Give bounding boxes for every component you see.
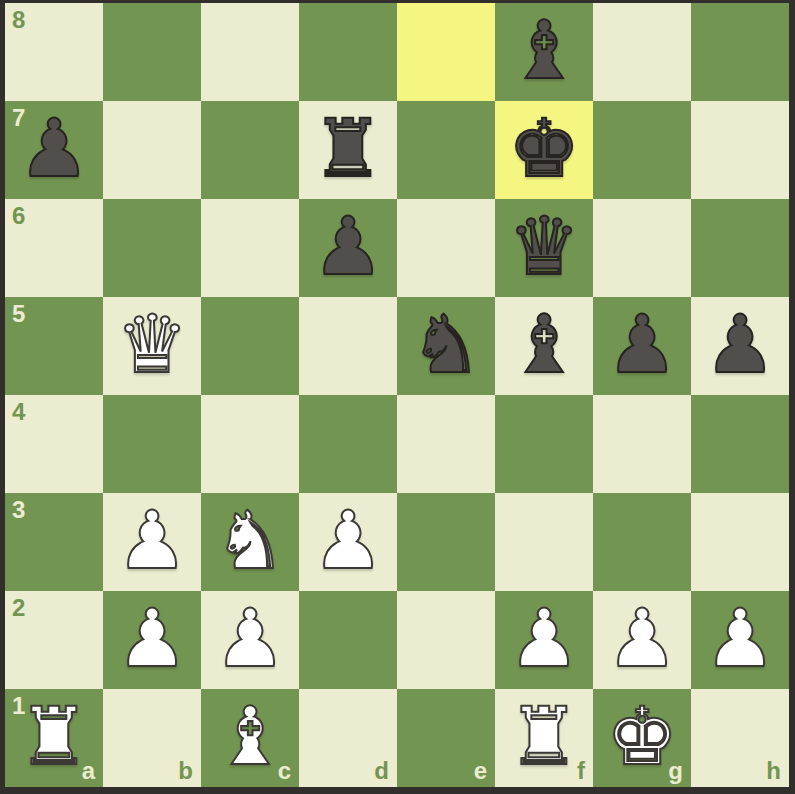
square-f6[interactable]: ♛: [495, 199, 593, 297]
square-e7[interactable]: [397, 101, 495, 199]
file-label-b: b: [178, 759, 193, 783]
piece-white-pawn-d3[interactable]: ♟: [299, 493, 397, 591]
square-a8[interactable]: 8: [5, 3, 103, 101]
square-d2[interactable]: [299, 591, 397, 689]
piece-white-pawn-g2[interactable]: ♟: [593, 591, 691, 689]
square-c2[interactable]: ♟: [201, 591, 299, 689]
square-c5[interactable]: [201, 297, 299, 395]
square-f1[interactable]: f♜: [495, 689, 593, 787]
square-d5[interactable]: [299, 297, 397, 395]
rank-label-4: 4: [12, 400, 25, 424]
piece-black-pawn-a7[interactable]: ♟: [5, 101, 103, 199]
square-g8[interactable]: [593, 3, 691, 101]
square-c6[interactable]: [201, 199, 299, 297]
piece-black-queen-f6[interactable]: ♛: [495, 199, 593, 297]
square-a3[interactable]: 3: [5, 493, 103, 591]
piece-black-bishop-f8[interactable]: ♝: [495, 3, 593, 101]
square-c8[interactable]: [201, 3, 299, 101]
square-d7[interactable]: ♜: [299, 101, 397, 199]
piece-black-pawn-d6[interactable]: ♟: [299, 199, 397, 297]
piece-black-bishop-f5[interactable]: ♝: [495, 297, 593, 395]
square-a1[interactable]: 1a♜: [5, 689, 103, 787]
square-b4[interactable]: [103, 395, 201, 493]
square-g2[interactable]: ♟: [593, 591, 691, 689]
piece-white-pawn-h2[interactable]: ♟: [691, 591, 789, 689]
piece-white-king-g1[interactable]: ♚: [593, 689, 691, 787]
chess-board: 8♝7♟♜♚6♟♛5♛♞♝♟♟43♟♞♟2♟♟♟♟♟1a♜bc♝def♜g♚h: [5, 3, 789, 787]
square-g4[interactable]: [593, 395, 691, 493]
square-e3[interactable]: [397, 493, 495, 591]
square-d8[interactable]: [299, 3, 397, 101]
square-a7[interactable]: 7♟: [5, 101, 103, 199]
square-f4[interactable]: [495, 395, 593, 493]
rank-label-2: 2: [12, 596, 25, 620]
square-e5[interactable]: ♞: [397, 297, 495, 395]
square-g5[interactable]: ♟: [593, 297, 691, 395]
rank-label-6: 6: [12, 204, 25, 228]
square-h4[interactable]: [691, 395, 789, 493]
piece-white-knight-c3[interactable]: ♞: [201, 493, 299, 591]
square-d1[interactable]: d: [299, 689, 397, 787]
square-e4[interactable]: [397, 395, 495, 493]
square-c4[interactable]: [201, 395, 299, 493]
square-b5[interactable]: ♛: [103, 297, 201, 395]
square-h1[interactable]: h: [691, 689, 789, 787]
square-c1[interactable]: c♝: [201, 689, 299, 787]
piece-white-pawn-f2[interactable]: ♟: [495, 591, 593, 689]
square-d6[interactable]: ♟: [299, 199, 397, 297]
square-h7[interactable]: [691, 101, 789, 199]
square-b1[interactable]: b: [103, 689, 201, 787]
piece-white-rook-a1[interactable]: ♜: [5, 689, 103, 787]
square-f5[interactable]: ♝: [495, 297, 593, 395]
square-e1[interactable]: e: [397, 689, 495, 787]
piece-white-pawn-b2[interactable]: ♟: [103, 591, 201, 689]
square-f2[interactable]: ♟: [495, 591, 593, 689]
square-a5[interactable]: 5: [5, 297, 103, 395]
square-e6[interactable]: [397, 199, 495, 297]
rank-label-5: 5: [12, 302, 25, 326]
piece-white-pawn-b3[interactable]: ♟: [103, 493, 201, 591]
square-h5[interactable]: ♟: [691, 297, 789, 395]
piece-white-pawn-c2[interactable]: ♟: [201, 591, 299, 689]
rank-label-8: 8: [12, 8, 25, 32]
board-frame: 8♝7♟♜♚6♟♛5♛♞♝♟♟43♟♞♟2♟♟♟♟♟1a♜bc♝def♜g♚h: [0, 0, 795, 794]
square-b2[interactable]: ♟: [103, 591, 201, 689]
piece-black-pawn-g5[interactable]: ♟: [593, 297, 691, 395]
piece-black-pawn-h5[interactable]: ♟: [691, 297, 789, 395]
square-b8[interactable]: [103, 3, 201, 101]
square-f7[interactable]: ♚: [495, 101, 593, 199]
square-g1[interactable]: g♚: [593, 689, 691, 787]
square-b3[interactable]: ♟: [103, 493, 201, 591]
piece-black-knight-e5[interactable]: ♞: [397, 297, 495, 395]
square-a4[interactable]: 4: [5, 395, 103, 493]
square-c3[interactable]: ♞: [201, 493, 299, 591]
file-label-d: d: [374, 759, 389, 783]
square-e2[interactable]: [397, 591, 495, 689]
file-label-h: h: [766, 759, 781, 783]
square-d3[interactable]: ♟: [299, 493, 397, 591]
square-f8[interactable]: ♝: [495, 3, 593, 101]
square-c7[interactable]: [201, 101, 299, 199]
piece-white-rook-f1[interactable]: ♜: [495, 689, 593, 787]
piece-black-rook-d7[interactable]: ♜: [299, 101, 397, 199]
square-f3[interactable]: [495, 493, 593, 591]
file-label-e: e: [474, 759, 487, 783]
square-d4[interactable]: [299, 395, 397, 493]
square-h6[interactable]: [691, 199, 789, 297]
square-g7[interactable]: [593, 101, 691, 199]
square-b7[interactable]: [103, 101, 201, 199]
square-h2[interactable]: ♟: [691, 591, 789, 689]
piece-white-queen-b5[interactable]: ♛: [103, 297, 201, 395]
square-h3[interactable]: [691, 493, 789, 591]
square-g3[interactable]: [593, 493, 691, 591]
square-a2[interactable]: 2: [5, 591, 103, 689]
square-a6[interactable]: 6: [5, 199, 103, 297]
square-e8[interactable]: [397, 3, 495, 101]
piece-black-king-f7[interactable]: ♚: [495, 101, 593, 199]
square-h8[interactable]: [691, 3, 789, 101]
square-g6[interactable]: [593, 199, 691, 297]
square-b6[interactable]: [103, 199, 201, 297]
piece-white-bishop-c1[interactable]: ♝: [201, 689, 299, 787]
rank-label-3: 3: [12, 498, 25, 522]
